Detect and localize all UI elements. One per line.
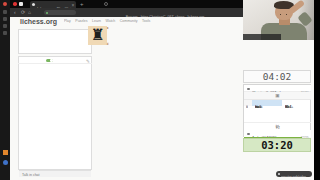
chat-input-wrap: [19, 170, 91, 178]
nav-item-play[interactable]: Play: [64, 19, 71, 23]
nav-item-community[interactable]: Community: [120, 19, 138, 23]
reload-icon[interactable]: ⟳: [21, 10, 25, 15]
rail-chat-icon[interactable]: [3, 10, 7, 14]
rail-app-blue-icon[interactable]: [3, 160, 8, 165]
move-row: 8Nc3: [244, 100, 311, 106]
chat-input[interactable]: [21, 172, 86, 176]
online-dot-icon: [247, 133, 250, 136]
webcam-overlay: [243, 0, 314, 40]
game-actions-row: ↶½⚐: [244, 122, 311, 130]
move-cell-black[interactable]: [282, 100, 311, 106]
watermark-icon: [278, 173, 280, 175]
back-icon[interactable]: ‹: [14, 10, 16, 15]
browser-logo-icon[interactable]: [3, 2, 7, 6]
rail-settings-icon[interactable]: [3, 31, 7, 35]
lichess-favicon: [32, 3, 35, 6]
move-nav-row: «‹›»▤: [244, 92, 311, 100]
player-eye: [286, 14, 287, 15]
app-window-icon: [19, 2, 23, 6]
home-icon[interactable]: ⌂: [28, 10, 31, 15]
chat-header: [18, 56, 92, 64]
address-bar[interactable]: lichess.org: [44, 10, 76, 16]
nav-item-puzzles[interactable]: Puzzles: [75, 19, 87, 23]
nav-item-watch[interactable]: Watch: [106, 19, 116, 23]
bottom-clock-active: 03:20: [243, 138, 311, 152]
screen-right-edge: [314, 0, 320, 180]
game-meta-card: [18, 29, 92, 54]
browser-tab[interactable]: lichess.org - Play Chri ×: [30, 1, 76, 8]
stream-watermark: ggautier.web/video: [276, 171, 312, 177]
screen: lichess.org - Play Chri × + ‹ ⟳ ⌂ liches…: [0, 0, 320, 180]
profile-icon[interactable]: [104, 2, 108, 6]
rail-app-orange-icon[interactable]: [3, 150, 8, 155]
online-dot-icon: [247, 88, 250, 91]
rail-download-icon[interactable]: [3, 24, 7, 28]
square-a8[interactable]: ♜8a: [88, 26, 107, 45]
secure-lock-icon: [46, 12, 48, 14]
black-rook: ♜: [88, 26, 107, 45]
address-text: lichess.org: [50, 14, 67, 15]
bottom-player-bar: AndreiChT2020 2225: [244, 130, 311, 137]
move-list: 5e5Ne46cxd4d57Bb5Bb4+8Nc3: [244, 100, 311, 122]
nav-item-tools[interactable]: Tools: [142, 19, 150, 23]
file-coord: a: [107, 42, 109, 45]
move-number: 8: [244, 100, 252, 106]
chat-toggle[interactable]: [46, 59, 53, 63]
move-cell-white[interactable]: Nc3: [252, 100, 282, 106]
rank-coord: 8: [107, 27, 109, 30]
rail-history-icon[interactable]: [3, 17, 7, 21]
watermark-text: ggautier.web/video: [281, 176, 306, 177]
record-indicator-icon: [13, 2, 17, 6]
lichess-logo[interactable]: lichess.org: [20, 18, 57, 25]
main-nav: PlayPuzzlesLearnWatchCommunityTools: [64, 19, 150, 23]
top-player-bar: ChristianC_067_chess 2070: [244, 85, 311, 92]
top-clock: 04:02: [243, 70, 311, 83]
game-panel: ChristianC_067_chess 2070 «‹›»▤ 5e5Ne46c…: [243, 84, 311, 137]
chess-board: ♜♚♛♝♜1♟♟♟♟♟2♞♞3♞♟♝4♟♟♝5♞6♟♟♟♟♟♟7♜hgf♚e♛d…: [88, 26, 242, 180]
panel-icon[interactable]: ▤: [275, 93, 279, 98]
nav-item-learn[interactable]: Learn: [92, 19, 101, 23]
browser-side-rail: [0, 0, 10, 180]
chat-card: [18, 56, 92, 170]
panel-icon[interactable]: ⚐: [275, 124, 279, 130]
webcam-name-strip: [243, 34, 281, 40]
new-tab-button[interactable]: +: [80, 1, 84, 7]
